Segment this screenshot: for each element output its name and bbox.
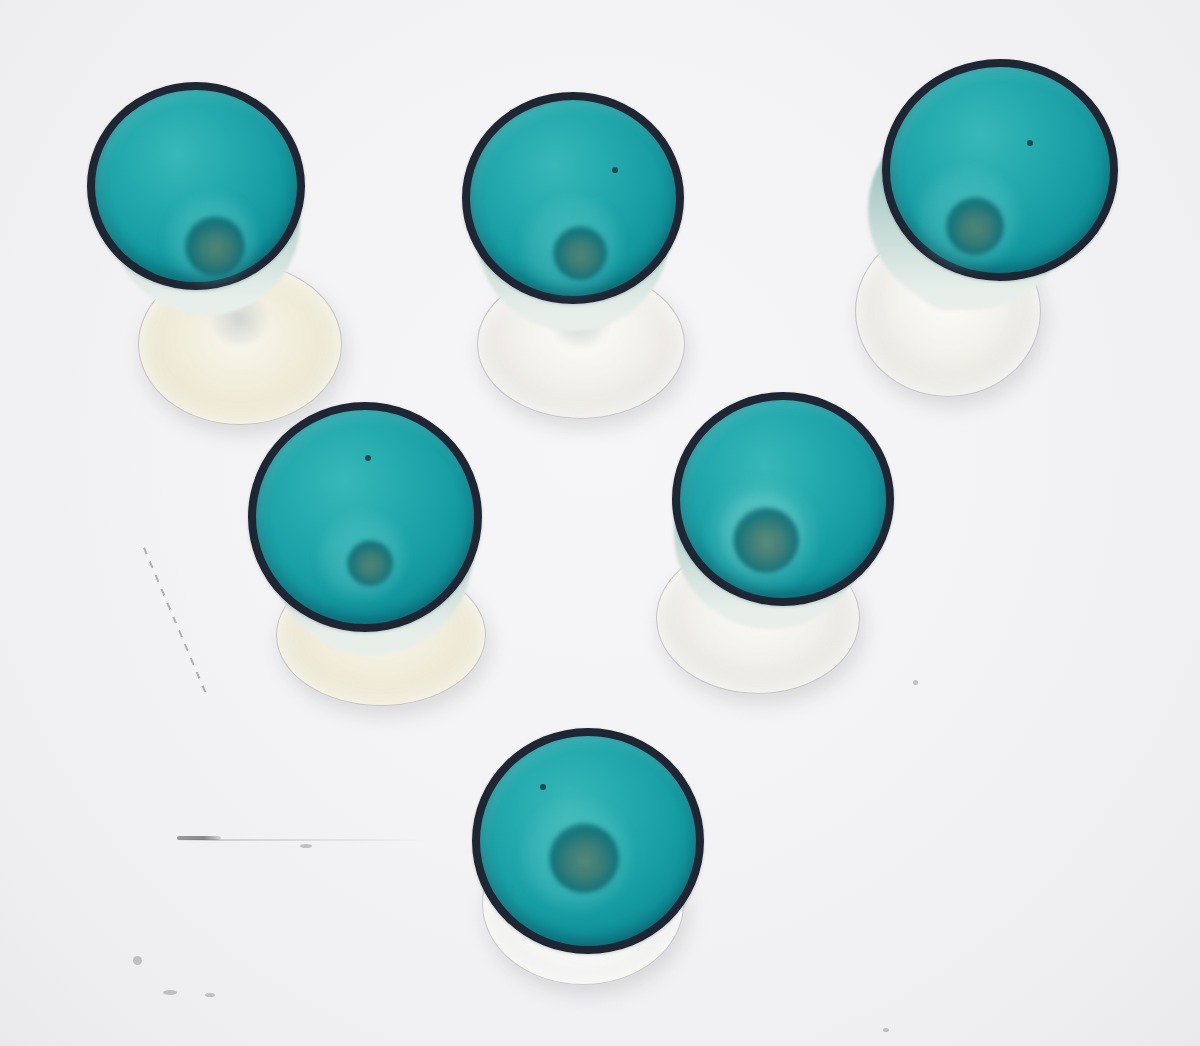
glass-3-bowl-bottom: [946, 197, 1004, 255]
glass-6-bowl-bottom: [549, 823, 619, 893]
glass-6-speck-0: [540, 784, 546, 790]
glass-4-bowl-bottom: [347, 540, 393, 586]
background-mark-5: [163, 990, 177, 995]
background-mark-3: [300, 844, 312, 848]
background-mark-6: [205, 993, 215, 997]
background-scratch-0: [143, 547, 207, 695]
photo-canvas: [0, 0, 1200, 1046]
glass-2-speck-0: [612, 167, 618, 173]
glass-3-speck-0: [1027, 140, 1033, 146]
background-mark-4: [133, 956, 142, 965]
glass-1-bowl-bottom: [185, 216, 245, 276]
background-mark-8: [883, 1028, 889, 1032]
glass-2-bowl-bottom: [553, 226, 607, 280]
background-mark-7: [913, 680, 918, 685]
glass-5-bowl-bottom: [733, 507, 799, 573]
glass-4-speck-0: [365, 455, 371, 461]
background-scratch-2: [177, 836, 221, 840]
